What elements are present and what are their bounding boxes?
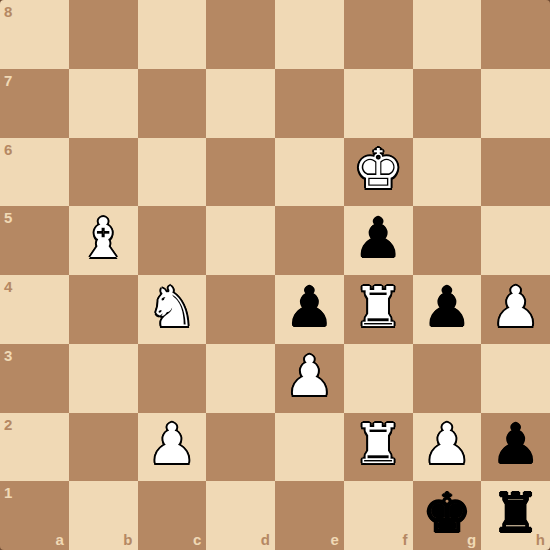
square-b5[interactable]: ♝ xyxy=(69,206,138,275)
rank-label-2: 2 xyxy=(4,417,12,432)
square-e2[interactable] xyxy=(275,413,344,482)
square-f3[interactable] xyxy=(344,344,413,413)
square-b4[interactable] xyxy=(69,275,138,344)
rank-label-7: 7 xyxy=(4,73,12,88)
square-h7[interactable] xyxy=(481,69,550,138)
square-c4[interactable]: ♞ xyxy=(138,275,207,344)
piece-white-pawn-h4[interactable]: ♟ xyxy=(491,280,540,335)
square-d3[interactable] xyxy=(206,344,275,413)
square-d2[interactable] xyxy=(206,413,275,482)
square-g5[interactable] xyxy=(413,206,482,275)
square-h3[interactable] xyxy=(481,344,550,413)
square-b1[interactable]: b xyxy=(69,481,138,550)
square-g3[interactable] xyxy=(413,344,482,413)
square-h6[interactable] xyxy=(481,138,550,207)
square-g4[interactable]: ♟ xyxy=(413,275,482,344)
chess-board: 876♚5♝♟4♞♟♜♟♟3♟2♟♜♟♟1abcdefg♚h♜ xyxy=(0,0,550,550)
square-f2[interactable]: ♜ xyxy=(344,413,413,482)
square-e7[interactable] xyxy=(275,69,344,138)
square-e6[interactable] xyxy=(275,138,344,207)
square-c1[interactable]: c xyxy=(138,481,207,550)
square-d7[interactable] xyxy=(206,69,275,138)
square-e8[interactable] xyxy=(275,0,344,69)
square-g8[interactable] xyxy=(413,0,482,69)
square-b3[interactable] xyxy=(69,344,138,413)
file-label-f: f xyxy=(403,532,408,547)
rank-label-4: 4 xyxy=(4,279,12,294)
square-f7[interactable] xyxy=(344,69,413,138)
square-h5[interactable] xyxy=(481,206,550,275)
square-c2[interactable]: ♟ xyxy=(138,413,207,482)
piece-black-king-g1[interactable]: ♚ xyxy=(422,486,471,541)
square-g1[interactable]: g♚ xyxy=(413,481,482,550)
square-a2[interactable]: 2 xyxy=(0,413,69,482)
square-b2[interactable] xyxy=(69,413,138,482)
piece-black-pawn-f5[interactable]: ♟ xyxy=(353,211,402,266)
square-g2[interactable]: ♟ xyxy=(413,413,482,482)
square-e4[interactable]: ♟ xyxy=(275,275,344,344)
square-a7[interactable]: 7 xyxy=(0,69,69,138)
piece-white-rook-f4[interactable]: ♜ xyxy=(353,280,402,335)
square-f8[interactable] xyxy=(344,0,413,69)
piece-black-pawn-g4[interactable]: ♟ xyxy=(422,280,471,335)
file-label-c: c xyxy=(193,532,201,547)
square-a1[interactable]: 1a xyxy=(0,481,69,550)
piece-white-pawn-g2[interactable]: ♟ xyxy=(422,417,471,472)
square-h2[interactable]: ♟ xyxy=(481,413,550,482)
square-b8[interactable] xyxy=(69,0,138,69)
square-d4[interactable] xyxy=(206,275,275,344)
square-h8[interactable] xyxy=(481,0,550,69)
square-c8[interactable] xyxy=(138,0,207,69)
piece-white-pawn-e3[interactable]: ♟ xyxy=(285,349,334,404)
piece-white-rook-f2[interactable]: ♜ xyxy=(353,417,402,472)
square-e3[interactable]: ♟ xyxy=(275,344,344,413)
piece-white-pawn-c2[interactable]: ♟ xyxy=(147,417,196,472)
square-c5[interactable] xyxy=(138,206,207,275)
piece-black-pawn-h2[interactable]: ♟ xyxy=(491,417,540,472)
square-b6[interactable] xyxy=(69,138,138,207)
square-e5[interactable] xyxy=(275,206,344,275)
square-a6[interactable]: 6 xyxy=(0,138,69,207)
square-g6[interactable] xyxy=(413,138,482,207)
file-label-d: d xyxy=(261,532,270,547)
square-a4[interactable]: 4 xyxy=(0,275,69,344)
square-c3[interactable] xyxy=(138,344,207,413)
square-e1[interactable]: e xyxy=(275,481,344,550)
square-a8[interactable]: 8 xyxy=(0,0,69,69)
file-label-b: b xyxy=(123,532,132,547)
file-label-e: e xyxy=(330,532,338,547)
square-d1[interactable]: d xyxy=(206,481,275,550)
square-f1[interactable]: f xyxy=(344,481,413,550)
square-c7[interactable] xyxy=(138,69,207,138)
rank-label-5: 5 xyxy=(4,210,12,225)
rank-label-6: 6 xyxy=(4,142,12,157)
piece-black-rook-h1[interactable]: ♜ xyxy=(491,486,540,541)
rank-label-1: 1 xyxy=(4,485,12,500)
piece-white-king-f6[interactable]: ♚ xyxy=(353,142,402,197)
rank-label-8: 8 xyxy=(4,4,12,19)
square-h1[interactable]: h♜ xyxy=(481,481,550,550)
square-d5[interactable] xyxy=(206,206,275,275)
square-f5[interactable]: ♟ xyxy=(344,206,413,275)
square-c6[interactable] xyxy=(138,138,207,207)
rank-label-3: 3 xyxy=(4,348,12,363)
square-f6[interactable]: ♚ xyxy=(344,138,413,207)
square-f4[interactable]: ♜ xyxy=(344,275,413,344)
square-a5[interactable]: 5 xyxy=(0,206,69,275)
piece-white-bishop-b5[interactable]: ♝ xyxy=(78,211,127,266)
square-h4[interactable]: ♟ xyxy=(481,275,550,344)
square-d6[interactable] xyxy=(206,138,275,207)
square-d8[interactable] xyxy=(206,0,275,69)
square-b7[interactable] xyxy=(69,69,138,138)
square-g7[interactable] xyxy=(413,69,482,138)
square-a3[interactable]: 3 xyxy=(0,344,69,413)
piece-black-pawn-e4[interactable]: ♟ xyxy=(285,280,334,335)
file-label-a: a xyxy=(55,532,63,547)
piece-white-knight-c4[interactable]: ♞ xyxy=(147,280,196,335)
